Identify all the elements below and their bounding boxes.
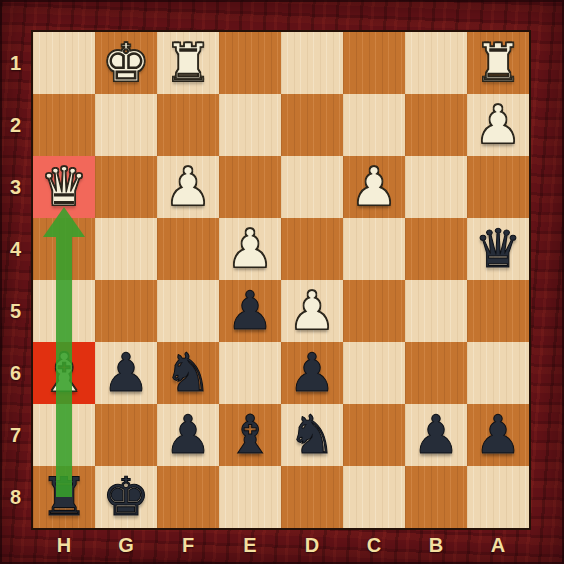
file-label-H: H bbox=[33, 528, 95, 562]
square-f8[interactable] bbox=[157, 466, 219, 528]
square-d3[interactable] bbox=[281, 156, 343, 218]
square-c2[interactable] bbox=[343, 94, 405, 156]
piece-black-queen-a4[interactable]: ♛ bbox=[467, 218, 529, 280]
piece-white-pawn-e4[interactable]: ♟ bbox=[219, 218, 281, 280]
square-d1[interactable] bbox=[281, 32, 343, 94]
square-c7[interactable] bbox=[343, 404, 405, 466]
square-e7[interactable]: ♝ bbox=[219, 404, 281, 466]
square-c6[interactable] bbox=[343, 342, 405, 404]
square-f4[interactable] bbox=[157, 218, 219, 280]
square-b4[interactable] bbox=[405, 218, 467, 280]
square-a6[interactable] bbox=[467, 342, 529, 404]
square-b7[interactable]: ♟ bbox=[405, 404, 467, 466]
file-label-C: C bbox=[343, 528, 405, 562]
piece-black-rook-h8[interactable]: ♜ bbox=[33, 466, 95, 528]
square-e4[interactable]: ♟ bbox=[219, 218, 281, 280]
square-b6[interactable] bbox=[405, 342, 467, 404]
piece-black-knight-f6[interactable]: ♞ bbox=[157, 342, 219, 404]
square-c3[interactable]: ♟ bbox=[343, 156, 405, 218]
file-label-A: A bbox=[467, 528, 529, 562]
rank-label-2: 2 bbox=[0, 94, 31, 156]
board-frame: ♚♜♜♟♛♟♟♟♛♟♟♝♟♞♟♟♝♞♟♟♜♚ 12345678HGFEDCBA bbox=[0, 0, 564, 564]
square-g7[interactable] bbox=[95, 404, 157, 466]
rank-label-5: 5 bbox=[0, 280, 31, 342]
piece-black-pawn-e5[interactable]: ♟ bbox=[219, 280, 281, 342]
square-h7[interactable] bbox=[33, 404, 95, 466]
square-a7[interactable]: ♟ bbox=[467, 404, 529, 466]
square-g8[interactable]: ♚ bbox=[95, 466, 157, 528]
square-d7[interactable]: ♞ bbox=[281, 404, 343, 466]
rank-label-4: 4 bbox=[0, 218, 31, 280]
square-c1[interactable] bbox=[343, 32, 405, 94]
piece-white-bishop-h6[interactable]: ♝ bbox=[33, 342, 95, 404]
square-g2[interactable] bbox=[95, 94, 157, 156]
file-label-G: G bbox=[95, 528, 157, 562]
square-a3[interactable] bbox=[467, 156, 529, 218]
square-f3[interactable]: ♟ bbox=[157, 156, 219, 218]
square-h3-highlighted[interactable]: ♛ bbox=[33, 156, 95, 218]
square-c8[interactable] bbox=[343, 466, 405, 528]
square-f6[interactable]: ♞ bbox=[157, 342, 219, 404]
file-label-F: F bbox=[157, 528, 219, 562]
square-c5[interactable] bbox=[343, 280, 405, 342]
piece-black-king-g8[interactable]: ♚ bbox=[95, 466, 157, 528]
square-h8[interactable]: ♜ bbox=[33, 466, 95, 528]
piece-black-pawn-b7[interactable]: ♟ bbox=[405, 404, 467, 466]
square-f7[interactable]: ♟ bbox=[157, 404, 219, 466]
square-d4[interactable] bbox=[281, 218, 343, 280]
square-b1[interactable] bbox=[405, 32, 467, 94]
file-label-B: B bbox=[405, 528, 467, 562]
rank-label-6: 6 bbox=[0, 342, 31, 404]
piece-black-pawn-a7[interactable]: ♟ bbox=[467, 404, 529, 466]
piece-white-pawn-c3[interactable]: ♟ bbox=[343, 156, 405, 218]
square-a2[interactable]: ♟ bbox=[467, 94, 529, 156]
piece-white-rook-f1[interactable]: ♜ bbox=[157, 32, 219, 94]
square-a8[interactable] bbox=[467, 466, 529, 528]
square-g4[interactable] bbox=[95, 218, 157, 280]
square-e8[interactable] bbox=[219, 466, 281, 528]
square-h4[interactable] bbox=[33, 218, 95, 280]
square-g3[interactable] bbox=[95, 156, 157, 218]
square-a4[interactable]: ♛ bbox=[467, 218, 529, 280]
square-f1[interactable]: ♜ bbox=[157, 32, 219, 94]
file-label-D: D bbox=[281, 528, 343, 562]
square-g1[interactable]: ♚ bbox=[95, 32, 157, 94]
piece-black-knight-d7[interactable]: ♞ bbox=[281, 404, 343, 466]
piece-black-bishop-e7[interactable]: ♝ bbox=[219, 404, 281, 466]
rank-label-7: 7 bbox=[0, 404, 31, 466]
square-e6[interactable] bbox=[219, 342, 281, 404]
piece-white-pawn-f3[interactable]: ♟ bbox=[157, 156, 219, 218]
square-d5[interactable]: ♟ bbox=[281, 280, 343, 342]
rank-label-3: 3 bbox=[0, 156, 31, 218]
piece-white-pawn-d5[interactable]: ♟ bbox=[281, 280, 343, 342]
piece-white-queen-h3[interactable]: ♛ bbox=[33, 156, 95, 218]
square-b5[interactable] bbox=[405, 280, 467, 342]
rank-label-1: 1 bbox=[0, 32, 31, 94]
square-h6-highlighted[interactable]: ♝ bbox=[33, 342, 95, 404]
square-f5[interactable] bbox=[157, 280, 219, 342]
square-d6[interactable]: ♟ bbox=[281, 342, 343, 404]
piece-white-pawn-a2[interactable]: ♟ bbox=[467, 94, 529, 156]
rank-label-8: 8 bbox=[0, 466, 31, 528]
square-d8[interactable] bbox=[281, 466, 343, 528]
square-g5[interactable] bbox=[95, 280, 157, 342]
piece-black-pawn-f7[interactable]: ♟ bbox=[157, 404, 219, 466]
square-a5[interactable] bbox=[467, 280, 529, 342]
file-label-E: E bbox=[219, 528, 281, 562]
square-h2[interactable] bbox=[33, 94, 95, 156]
piece-white-king-g1[interactable]: ♚ bbox=[95, 32, 157, 94]
square-h1[interactable] bbox=[33, 32, 95, 94]
square-g6[interactable]: ♟ bbox=[95, 342, 157, 404]
piece-white-rook-a1[interactable]: ♜ bbox=[467, 32, 529, 94]
square-b3[interactable] bbox=[405, 156, 467, 218]
square-d2[interactable] bbox=[281, 94, 343, 156]
square-e2[interactable] bbox=[219, 94, 281, 156]
square-e5[interactable]: ♟ bbox=[219, 280, 281, 342]
piece-black-pawn-d6[interactable]: ♟ bbox=[281, 342, 343, 404]
square-e1[interactable] bbox=[219, 32, 281, 94]
square-c4[interactable] bbox=[343, 218, 405, 280]
piece-black-pawn-g6[interactable]: ♟ bbox=[95, 342, 157, 404]
square-f2[interactable] bbox=[157, 94, 219, 156]
square-e3[interactable] bbox=[219, 156, 281, 218]
square-b2[interactable] bbox=[405, 94, 467, 156]
square-h5[interactable] bbox=[33, 280, 95, 342]
chessboard[interactable]: ♚♜♜♟♛♟♟♟♛♟♟♝♟♞♟♟♝♞♟♟♜♚ bbox=[31, 30, 531, 530]
square-a1[interactable]: ♜ bbox=[467, 32, 529, 94]
square-b8[interactable] bbox=[405, 466, 467, 528]
